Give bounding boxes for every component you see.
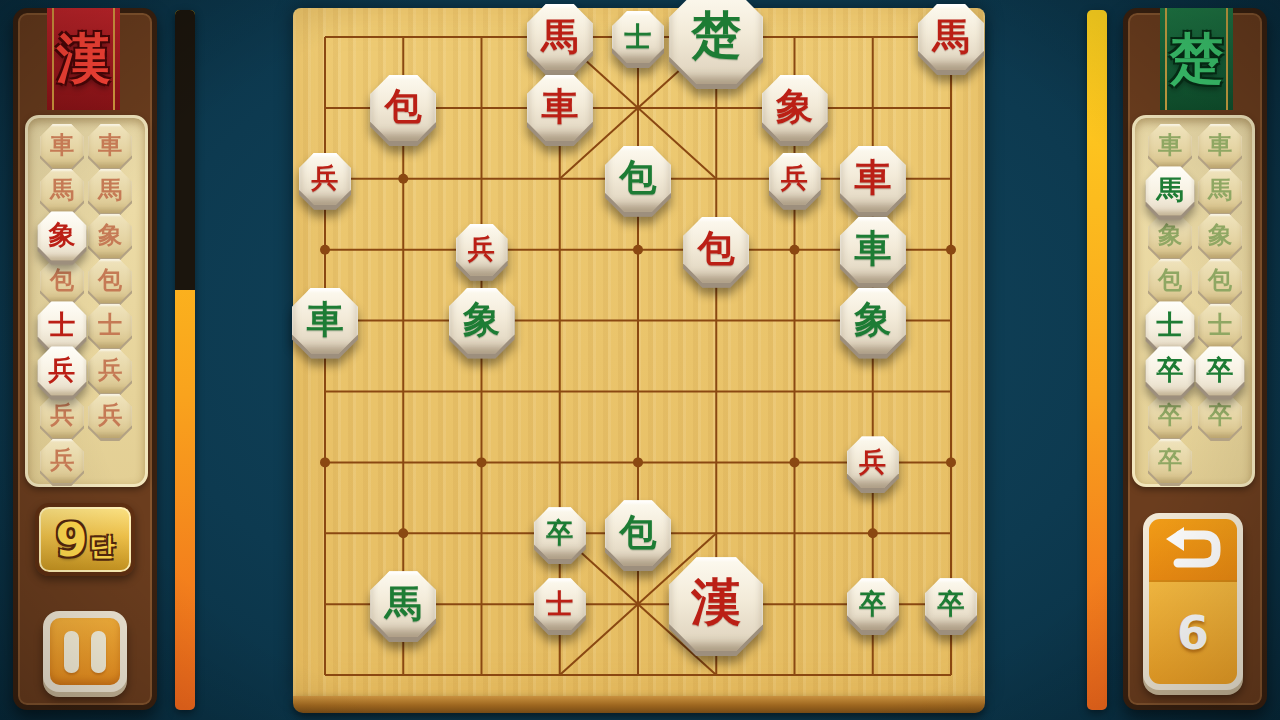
piece-glyph: 車	[307, 301, 344, 338]
piece-han-漢-f6r9[interactable]: 漢	[669, 557, 763, 651]
piece-glyph: 馬	[385, 584, 422, 621]
tray-han-車: 車	[88, 124, 132, 168]
tray-han-兵: 兵	[88, 394, 132, 438]
tray-cho-象: 象	[1198, 214, 1242, 258]
tray-han-兵: 兵	[88, 349, 132, 393]
tray-han-象: 象	[88, 214, 132, 258]
undo-button[interactable]: 6	[1143, 513, 1243, 690]
tray-han-包: 包	[40, 259, 84, 303]
piece-cho-馬-f2r9[interactable]: 馬	[370, 571, 436, 637]
cho-banner: 楚	[1160, 8, 1233, 110]
piece-glyph: 楚	[691, 10, 741, 60]
piece-cho-包-f5r3[interactable]: 包	[605, 146, 671, 212]
piece-cho-車-f8r4[interactable]: 車	[840, 217, 906, 283]
piece-glyph: 馬	[933, 17, 970, 54]
tray-han-士: 士	[88, 304, 132, 348]
piece-cho-象-f8r5[interactable]: 象	[840, 288, 906, 354]
tray-cho-馬-captured: 馬	[1145, 166, 1194, 215]
piece-glyph: 車	[541, 88, 578, 125]
piece-glyph: 兵	[781, 164, 808, 191]
piece-glyph: 象	[776, 88, 813, 125]
piece-glyph: 象	[463, 301, 500, 338]
piece-han-兵-f7r3[interactable]: 兵	[769, 153, 821, 205]
piece-han-包-f6r4[interactable]: 包	[683, 217, 749, 283]
tray-han-車: 車	[40, 124, 84, 168]
piece-cho-楚-f6r1[interactable]: 楚	[669, 0, 763, 84]
piece-cho-卒-f4r8[interactable]: 卒	[534, 507, 586, 559]
piece-glyph: 包	[620, 513, 657, 550]
piece-glyph: 卒	[546, 519, 573, 546]
tray-cho-象: 象	[1148, 214, 1192, 258]
janggi-game-screen: 漢 9 단 馬士楚馬包車象兵包兵車兵包車車象象兵卒包馬士漢卒卒 楚	[0, 0, 1280, 720]
tray-han-兵: 兵	[40, 394, 84, 438]
tray-cho-包: 包	[1148, 259, 1192, 303]
board-grid	[0, 0, 1280, 720]
piece-cho-士-f5r1[interactable]: 士	[612, 11, 664, 63]
piece-glyph: 卒	[859, 590, 886, 617]
piece-glyph: 兵	[312, 164, 339, 191]
piece-cho-象-f3r5[interactable]: 象	[449, 288, 515, 354]
piece-han-包-f2r2[interactable]: 包	[370, 75, 436, 141]
piece-glyph: 漢	[691, 577, 741, 627]
piece-cho-卒-f8r9[interactable]: 卒	[847, 578, 899, 630]
piece-glyph: 士	[625, 22, 652, 49]
piece-glyph: 馬	[541, 17, 578, 54]
tray-han-士-captured: 士	[37, 301, 86, 350]
undo-icon	[1149, 519, 1237, 582]
piece-han-兵-f3r4[interactable]: 兵	[456, 224, 508, 276]
tray-cho-卒: 卒	[1198, 394, 1242, 438]
piece-glyph: 兵	[468, 235, 495, 262]
tray-han-馬: 馬	[88, 169, 132, 213]
piece-glyph: 包	[698, 230, 735, 267]
piece-glyph: 士	[546, 590, 573, 617]
tray-cho-卒-captured: 卒	[1145, 346, 1194, 395]
tray-cho-卒: 卒	[1148, 439, 1192, 483]
piece-han-車-f4r2[interactable]: 車	[527, 75, 593, 141]
piece-han-馬-f9r1[interactable]: 馬	[918, 4, 984, 70]
piece-glyph: 卒	[938, 590, 965, 617]
banner-stripe	[1165, 8, 1167, 110]
undo-count: 6	[1177, 606, 1209, 660]
tray-cho-車: 車	[1198, 124, 1242, 168]
undo-count-area: 6	[1149, 582, 1237, 684]
tray-cho-士-captured: 士	[1145, 301, 1194, 350]
tray-han-象-captured: 象	[37, 211, 86, 260]
piece-han-兵-f1r3[interactable]: 兵	[299, 153, 351, 205]
piece-glyph: 車	[854, 230, 891, 267]
tray-han-包: 包	[88, 259, 132, 303]
piece-glyph: 包	[620, 159, 657, 196]
piece-glyph: 象	[854, 301, 891, 338]
banner-stripe	[1226, 8, 1228, 110]
tray-han-兵-captured: 兵	[37, 346, 86, 395]
tray-cho-士: 士	[1198, 304, 1242, 348]
piece-han-象-f7r2[interactable]: 象	[762, 75, 828, 141]
piece-cho-車-f1r5[interactable]: 車	[292, 288, 358, 354]
piece-han-馬-f4r1[interactable]: 馬	[527, 4, 593, 70]
piece-han-兵-f8r7[interactable]: 兵	[847, 436, 899, 488]
piece-glyph: 車	[854, 159, 891, 196]
tray-cho-包: 包	[1198, 259, 1242, 303]
piece-cho-卒-f9r9[interactable]: 卒	[925, 578, 977, 630]
tray-cho-卒-captured: 卒	[1195, 346, 1244, 395]
cho-banner-glyph: 楚	[1170, 32, 1224, 86]
tray-cho-卒: 卒	[1148, 394, 1192, 438]
piece-glyph: 包	[385, 88, 422, 125]
tray-cho-馬: 馬	[1198, 169, 1242, 213]
piece-han-士-f4r9[interactable]: 士	[534, 578, 586, 630]
tray-han-馬: 馬	[40, 169, 84, 213]
tray-han-兵: 兵	[40, 439, 84, 483]
tray-cho-車: 車	[1148, 124, 1192, 168]
piece-han-車-f8r3[interactable]: 車	[840, 146, 906, 212]
piece-glyph: 兵	[859, 448, 886, 475]
piece-cho-包-f5r8[interactable]: 包	[605, 500, 671, 566]
